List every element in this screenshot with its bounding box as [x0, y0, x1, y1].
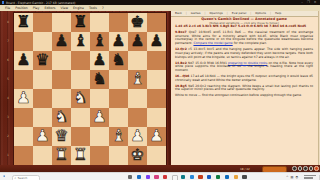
search-box[interactable]: ⌕ Search: [12, 175, 40, 181]
taskbar-app-icon-6[interactable]: [181, 175, 185, 179]
square-c4[interactable]: [52, 89, 71, 108]
annotation-link[interactable]: Compare the model game: [193, 41, 232, 45]
panel-toolbar-openings[interactable]: Openings: [210, 11, 223, 15]
square-h3[interactable]: [147, 108, 166, 127]
square-a1[interactable]: [14, 146, 33, 165]
piece-black-p-g7[interactable]: ♟: [128, 32, 147, 51]
square-f8[interactable]: [109, 13, 128, 32]
search-icon: ⌕: [15, 176, 17, 180]
square-d1[interactable]: ♜: [71, 146, 90, 165]
piece-black-p-e6[interactable]: ♟: [90, 51, 109, 70]
window-controls[interactable]: – ❐ ✕: [301, 0, 318, 4]
square-c8[interactable]: [52, 13, 71, 32]
annotation-text: for the complete plan.: [233, 41, 267, 45]
piece-white-b-f2[interactable]: ♝: [109, 127, 128, 146]
square-a7[interactable]: [14, 32, 33, 51]
taskbar-clock[interactable]: [304, 175, 316, 179]
nav-button-last[interactable]: [309, 166, 314, 171]
square-b7[interactable]: [33, 32, 52, 51]
tray-icon-2[interactable]: ◓: [295, 175, 298, 179]
annotation-paragraph-4: 16...Qb6 17.a4 a6 18.Nd4 — the knight ey…: [175, 75, 313, 83]
square-f5[interactable]: [109, 70, 128, 89]
square-g3[interactable]: [128, 108, 147, 127]
square-h6[interactable]: [147, 51, 166, 70]
menu-item-[interactable]: ?: [102, 6, 104, 10]
annotation-paragraph-2: 12.Qc2 c5 13.dxc5 bxc5 and the hanging p…: [175, 48, 313, 60]
nav-button-first[interactable]: [292, 166, 297, 171]
square-e2[interactable]: [90, 127, 109, 146]
menu-item-tools[interactable]: Tools: [89, 6, 97, 10]
square-f4[interactable]: [109, 89, 128, 108]
square-b5[interactable]: [33, 70, 52, 89]
piece-white-p-g2[interactable]: ♟: [128, 127, 147, 146]
square-a2[interactable]: [14, 127, 33, 146]
taskbar-app-icon-2[interactable]: [146, 175, 150, 179]
square-a4[interactable]: ♟: [14, 89, 33, 108]
piece-black-n-f6[interactable]: ♞: [109, 51, 128, 70]
annotation-text: c5 13.dxc5 bxc5 and the hanging pawns ap…: [175, 47, 313, 59]
taskbar-app-icon-4[interactable]: [163, 175, 167, 179]
square-f3[interactable]: [109, 108, 128, 127]
piece-white-r-d1[interactable]: ♜: [71, 146, 90, 165]
nav-button-prev[interactable]: [298, 166, 303, 171]
annotation-paragraph-6: White to move — find the strongest conti…: [175, 94, 313, 98]
taskbar-app-icon-13[interactable]: [242, 175, 246, 179]
square-g8[interactable]: ♚: [128, 13, 147, 32]
taskbar-app-icon-1[interactable]: [137, 175, 141, 179]
rank-label-5: 5: [4, 77, 12, 81]
piece-black-r-d8[interactable]: ♜: [71, 13, 90, 32]
square-f7[interactable]: ♟: [109, 32, 128, 51]
taskbar-app-icon-9[interactable]: [207, 175, 211, 179]
square-b8[interactable]: [33, 13, 52, 32]
piece-black-q-b6[interactable]: ♛: [33, 51, 52, 70]
piece-white-b-g5[interactable]: ♝: [128, 70, 147, 89]
piece-black-k-g8[interactable]: ♚: [128, 13, 147, 32]
panel-toolbar-options[interactable]: Options: [255, 11, 266, 15]
board-panel: ♜♜♚♟♝♝♟♟♟♟♛♟♞♞♝♟♞♞♟♟♛♝♟♟♜♜♚ 87654321: [0, 11, 169, 166]
piece-black-p-a6[interactable]: ♟: [14, 51, 33, 70]
rank-label-3: 3: [4, 115, 12, 119]
annotation-text: Ne5 20.Qc2 reaching the diagram. White k…: [175, 84, 313, 92]
clock-time: [304, 175, 316, 176]
chess-board[interactable]: ♜♜♚♟♝♝♟♟♟♟♛♟♞♞♝♟♞♞♟♟♛♝♟♟♜♜♚: [14, 13, 166, 165]
annotation-paragraph-0: 1.d4 d5 2.c4 e6 3.Nc3 Nf6 4.Bg5 Be7 5.e3…: [175, 25, 313, 29]
toolbar-separator: |: [250, 11, 251, 15]
annotation-text: White to move — find the strongest conti…: [175, 93, 302, 97]
panel-toolbar-help[interactable]: Help: [275, 11, 281, 15]
square-e4[interactable]: [90, 89, 109, 108]
show-desktop-button[interactable]: [319, 175, 320, 181]
square-e7[interactable]: ♝: [90, 32, 109, 51]
search-placeholder: Search: [18, 176, 28, 180]
menu-item-play[interactable]: Play: [33, 6, 40, 10]
tray-icon-1[interactable]: ▤: [291, 175, 294, 179]
rank-label-1: 1: [4, 153, 12, 157]
square-f2[interactable]: ♝: [109, 127, 128, 146]
piece-black-n-e5[interactable]: ♞: [90, 70, 109, 89]
taskbar-app-icon-12[interactable]: [234, 175, 238, 179]
taskbar-app-icon-3[interactable]: [154, 175, 158, 179]
square-g5[interactable]: ♝: [128, 70, 147, 89]
app-icon: [2, 1, 5, 4]
square-c6[interactable]: [52, 51, 71, 70]
square-h5[interactable]: [147, 70, 166, 89]
rank-label-4: 4: [4, 96, 12, 100]
rank-label-2: 2: [4, 134, 12, 138]
square-b1[interactable]: [33, 146, 52, 165]
move-number: 1.d4 d5 2.c4 e6 3.Nc3 Nf6 4.Bg5 Be7 5.e3…: [175, 24, 306, 28]
square-e3[interactable]: ♟: [90, 108, 109, 127]
square-d7[interactable]: ♝: [71, 32, 90, 51]
square-c7[interactable]: ♟: [52, 32, 71, 51]
taskbar-app-icon-8[interactable]: [198, 175, 202, 179]
square-d2[interactable]: [71, 127, 90, 146]
annotation-paragraph-3: 14.Be2 Nd7 15.O-O Rfd8 16.Rfd1 preparing…: [175, 62, 313, 74]
taskbar-app-icon-0[interactable]: [128, 175, 132, 179]
square-f6[interactable]: ♞: [109, 51, 128, 70]
rank-label-8: 8: [4, 20, 12, 24]
piece-white-n-d4[interactable]: ♞: [71, 89, 90, 108]
square-g1[interactable]: ♚: [128, 146, 147, 165]
square-c1[interactable]: ♜: [52, 146, 71, 165]
taskbar-app-icon-7[interactable]: [190, 175, 194, 179]
square-g2[interactable]: ♟: [128, 127, 147, 146]
square-e6[interactable]: ♟: [90, 51, 109, 70]
toolbar-separator: |: [205, 11, 206, 15]
move-counter: 18 / 42: [240, 167, 250, 171]
square-d6[interactable]: [71, 51, 90, 70]
window-title: Board - Elephant Gambit - 217 KB (annota…: [6, 1, 75, 5]
square-b3[interactable]: [33, 108, 52, 127]
piece-white-n-c3[interactable]: ♞: [52, 108, 71, 127]
clock-date: [304, 177, 313, 178]
panel-title: Queen's Gambit Declined — Annotated game: [171, 17, 317, 21]
square-e5[interactable]: ♞: [90, 70, 109, 89]
square-a8[interactable]: ♜: [14, 13, 33, 32]
panel-toolbar-eval-panel[interactable]: Eval panel: [232, 11, 247, 15]
square-b6[interactable]: ♛: [33, 51, 52, 70]
panel-body: 1.d4 d5 2.c4 e6 3.Nc3 Nf6 4.Bg5 Be7 5.e3…: [175, 25, 313, 100]
panel-toolbar-games[interactable]: Games: [191, 11, 201, 15]
square-h7[interactable]: ♟: [147, 32, 166, 51]
menu-item-file[interactable]: File: [5, 6, 10, 10]
piece-white-p-h2[interactable]: ♟: [147, 127, 166, 146]
annotation-text: 17.a4 a6 18.Nd4 — the knight eyes the f5…: [175, 74, 313, 82]
piece-white-p-b2[interactable]: ♟: [33, 127, 52, 146]
taskbar: ⌕ Search ^▤◓: [0, 172, 320, 180]
system-tray[interactable]: ^▤◓: [284, 175, 298, 179]
piece-white-p-a4[interactable]: ♟: [14, 89, 33, 108]
square-c3[interactable]: ♞: [52, 108, 71, 127]
menu-item-view[interactable]: View: [61, 6, 69, 10]
square-c5[interactable]: [52, 70, 71, 89]
nav-button-next[interactable]: [303, 166, 308, 171]
square-f1[interactable]: [109, 146, 128, 165]
screen: Board - Elephant Gambit - 217 KB (annota…: [0, 0, 320, 180]
piece-black-p-h7[interactable]: ♟: [147, 32, 166, 51]
square-a6[interactable]: ♟: [14, 51, 33, 70]
square-d3[interactable]: [71, 108, 90, 127]
square-h8[interactable]: [147, 13, 166, 32]
piece-white-k-g1[interactable]: ♚: [128, 146, 147, 165]
tray-icon-0[interactable]: ^: [286, 175, 289, 179]
square-e1[interactable]: [90, 146, 109, 165]
square-b4[interactable]: [33, 89, 52, 108]
rank-label-6: 6: [4, 58, 12, 62]
toolbar-separator: |: [270, 11, 271, 15]
piece-white-q-c2[interactable]: ♛: [52, 127, 71, 146]
piece-white-r-c1[interactable]: ♜: [52, 146, 71, 165]
menu-item-editors[interactable]: Editors: [44, 6, 55, 10]
piece-black-b-d7[interactable]: ♝: [71, 32, 90, 51]
piece-black-b-e7[interactable]: ♝: [90, 32, 109, 51]
menu-item-position[interactable]: Position: [15, 6, 27, 10]
toolbar-separator: |: [186, 11, 187, 15]
square-c2[interactable]: ♛: [52, 127, 71, 146]
piece-black-p-f7[interactable]: ♟: [109, 32, 128, 51]
piece-black-r-a8[interactable]: ♜: [14, 13, 33, 32]
bottom-strip: 18 / 42: [0, 165, 320, 172]
square-g6[interactable]: [128, 51, 147, 70]
taskbar-app-icon-11[interactable]: [225, 175, 229, 179]
square-h2[interactable]: ♟: [147, 127, 166, 146]
toolbar-separator: |: [227, 11, 228, 15]
panel-toolbar-back[interactable]: Back: [175, 11, 182, 15]
menu-item-engine[interactable]: Engine: [73, 6, 84, 10]
square-d5[interactable]: [71, 70, 90, 89]
square-h1[interactable]: [147, 146, 166, 165]
nav-button-record[interactable]: [314, 166, 319, 171]
square-d4[interactable]: ♞: [71, 89, 90, 108]
annotation-paragraph-1: 9.Bxe7 Qxe7 10.Nxd5 exd5 11.Rc1 Be6 — th…: [175, 31, 313, 47]
annotation-panel: Back|Games|Openings|Eval panel|Options|H…: [169, 11, 320, 166]
annotation-paragraph-5: 19.Bg5 Ne5 20.Qc2 reaching the diagram. …: [175, 85, 313, 93]
piece-black-p-c7[interactable]: ♟: [52, 32, 71, 51]
square-e8[interactable]: [90, 13, 109, 32]
square-a5[interactable]: [14, 70, 33, 89]
piece-white-p-e3[interactable]: ♟: [90, 108, 109, 127]
taskbar-app-icon-5[interactable]: [172, 175, 178, 180]
taskbar-app-icon-10[interactable]: [216, 175, 220, 179]
square-g4[interactable]: [128, 89, 147, 108]
square-d8[interactable]: ♜: [71, 13, 90, 32]
square-b2[interactable]: ♟: [33, 127, 52, 146]
rank-label-7: 7: [4, 39, 12, 43]
square-g7[interactable]: ♟: [128, 32, 147, 51]
square-a3[interactable]: [14, 108, 33, 127]
start-button[interactable]: [3, 175, 6, 178]
square-h4[interactable]: [147, 89, 166, 108]
